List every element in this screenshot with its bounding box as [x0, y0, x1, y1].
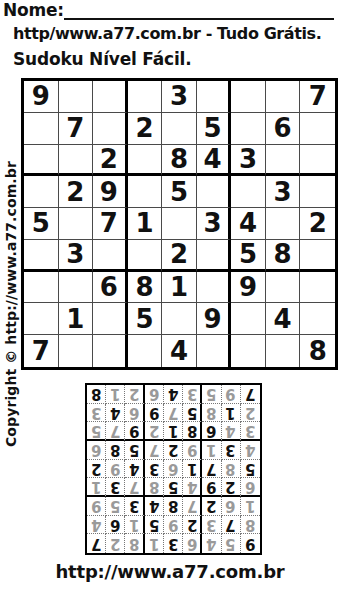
solution-cell-r8c6: 9: [145, 404, 164, 423]
sudoku-cell-r2c2[interactable]: 7: [59, 113, 94, 145]
given-digit: 3: [225, 442, 235, 457]
given-digit: 5: [129, 442, 139, 457]
given-digit: 7: [32, 338, 50, 364]
solution-cell-r6c8: 8: [106, 441, 125, 460]
given-digit: 5: [170, 179, 188, 205]
solved-digit: 9: [225, 386, 235, 401]
sudoku-cell-r2c4[interactable]: 2: [128, 113, 163, 145]
sudoku-cell-r7c9[interactable]: [300, 272, 335, 304]
given-digit: 4: [274, 306, 292, 332]
solution-cell-r4c6: 8: [145, 478, 164, 497]
solved-digit: 4: [206, 536, 216, 551]
sudoku-cell-r3c4[interactable]: [128, 145, 163, 177]
sudoku-cell-r3c6[interactable]: 4: [197, 145, 232, 177]
copyright-vertical-text: Copyright © http://www.a77.com.br: [3, 147, 19, 447]
solved-digit: 1: [206, 442, 216, 457]
given-digit: 6: [206, 423, 216, 438]
sudoku-cell-r8c4[interactable]: 5: [128, 303, 163, 335]
solution-cell-r9c5: 4: [164, 385, 183, 404]
sudoku-cell-r1c6[interactable]: [197, 81, 232, 113]
given-digit: 7: [100, 210, 118, 236]
sudoku-cell-r5c4[interactable]: 1: [128, 208, 163, 240]
solution-cell-r3c3: 2: [202, 497, 221, 516]
site-tagline: http/www.a77.com.br - Tudo Grátis.: [13, 24, 321, 43]
sudoku-cell-r6c7[interactable]: 5: [231, 240, 266, 272]
given-digit: 7: [225, 517, 235, 532]
sudoku-cell-r5c2[interactable]: [59, 208, 94, 240]
solution-cell-r8c4: 5: [183, 404, 202, 423]
given-digit: 8: [170, 146, 188, 172]
given-digit: 3: [204, 210, 222, 236]
sudoku-cell-r2c8[interactable]: 6: [266, 113, 301, 145]
solved-digit: 6: [168, 461, 178, 476]
solved-digit: 8: [206, 405, 216, 420]
solution-cell-r8c3: 8: [202, 404, 221, 423]
solution-cell-r1c7: 8: [125, 534, 144, 553]
given-digit: 2: [91, 461, 101, 476]
solution-cell-r5c3: 7: [202, 460, 221, 479]
sudoku-cell-r7c3[interactable]: 6: [93, 272, 128, 304]
given-digit: 2: [187, 517, 197, 532]
solution-cell-r8c5: 7: [164, 404, 183, 423]
solved-digit: 4: [91, 517, 101, 532]
sudoku-cell-r1c4[interactable]: [128, 81, 163, 113]
sudoku-cell-r6c2[interactable]: 3: [59, 240, 94, 272]
solved-digit: 6: [187, 536, 197, 551]
solution-cell-r9c4: 3: [183, 385, 202, 404]
solved-digit: 7: [149, 442, 159, 457]
solved-digit: 8: [245, 517, 255, 532]
solution-cell-r6c7: 5: [125, 441, 144, 460]
sudoku-cell-r9c5[interactable]: 4: [162, 335, 197, 367]
solved-digit: 1: [149, 536, 159, 551]
sudoku-cell-r5c3[interactable]: 7: [93, 208, 128, 240]
sudoku-cell-r8c6[interactable]: 9: [197, 303, 232, 335]
sudoku-cell-r1c7[interactable]: [231, 81, 266, 113]
sudoku-cell-r7c6[interactable]: [197, 272, 232, 304]
given-digit: 8: [91, 386, 101, 401]
solution-cell-r2c7: 1: [125, 516, 144, 535]
sudoku-cell-r4c5[interactable]: 5: [162, 176, 197, 208]
solution-cell-r7c5: 1: [164, 422, 183, 441]
solution-cell-r2c3: 3: [202, 516, 221, 535]
given-digit: 5: [135, 306, 153, 332]
solved-digit: 5: [91, 423, 101, 438]
solution-cell-r4c2: 2: [222, 478, 241, 497]
solved-digit: 3: [91, 405, 101, 420]
solution-cell-r9c2: 9: [222, 385, 241, 404]
solved-digit: 1: [91, 479, 101, 494]
sudoku-grid: 937725628432953571342325868191594748: [21, 78, 338, 370]
given-digit: 3: [149, 461, 159, 476]
solution-cell-r4c8: 3: [106, 478, 125, 497]
given-digit: 6: [274, 115, 292, 141]
sudoku-cell-r8c5[interactable]: [162, 303, 197, 335]
solution-cell-r2c6: 5: [145, 516, 164, 535]
name-fill-line: [64, 4, 334, 20]
given-digit: 9: [245, 536, 255, 551]
solution-cell-r3c7: 3: [125, 497, 144, 516]
sudoku-cell-r5c5[interactable]: [162, 208, 197, 240]
solved-digit: 4: [225, 423, 235, 438]
given-digit: 3: [274, 179, 292, 205]
solution-cell-r5c8: 9: [106, 460, 125, 479]
sudoku-cell-r3c2[interactable]: [59, 145, 94, 177]
given-digit: 2: [168, 442, 178, 457]
solution-cell-r4c4: 4: [183, 478, 202, 497]
given-digit: 3: [168, 536, 178, 551]
solution-cell-r8c1: 2: [241, 404, 260, 423]
sudoku-cell-r8c2[interactable]: 1: [59, 303, 94, 335]
sudoku-cell-r2c1[interactable]: [24, 113, 59, 145]
solved-digit: 9: [187, 442, 197, 457]
solution-cell-r4c9: 1: [87, 478, 106, 497]
solution-cell-r5c4: 1: [183, 460, 202, 479]
solution-cell-r7c2: 4: [222, 422, 241, 441]
solution-cell-r3c2: 6: [222, 497, 241, 516]
sudoku-cell-r5c8[interactable]: [266, 208, 301, 240]
sudoku-cell-r4c6[interactable]: [197, 176, 232, 208]
solution-cell-r7c3: 6: [202, 422, 221, 441]
solution-cell-r9c7: 2: [125, 385, 144, 404]
solution-cell-r5c7: 4: [125, 460, 144, 479]
solved-digit: 7: [110, 423, 120, 438]
sudoku-cell-r6c1[interactable]: [24, 240, 59, 272]
given-digit: 9: [204, 306, 222, 332]
puzzle-title: Sudoku Nível Fácil.: [13, 49, 191, 69]
given-digit: 3: [129, 498, 139, 513]
given-digit: 1: [225, 405, 235, 420]
sudoku-cell-r5c6[interactable]: 3: [197, 208, 232, 240]
given-digit: 9: [206, 479, 216, 494]
solution-cell-r2c4: 2: [183, 516, 202, 535]
solved-digit: 3: [245, 423, 255, 438]
solution-cell-r1c9: 7: [87, 534, 106, 553]
given-digit: 5: [245, 461, 255, 476]
solution-cell-r9c8: 1: [106, 385, 125, 404]
solution-cell-r5c5: 6: [164, 460, 183, 479]
given-digit: 9: [129, 423, 139, 438]
sudoku-cell-r2c5[interactable]: [162, 113, 197, 145]
given-digit: 1: [66, 306, 84, 332]
given-digit: 5: [168, 479, 178, 494]
solution-cell-r2c5: 9: [164, 516, 183, 535]
given-digit: 5: [149, 517, 159, 532]
sudoku-cell-r3c9[interactable]: [300, 145, 335, 177]
sudoku-cell-r2c7[interactable]: [231, 113, 266, 145]
given-digit: 9: [239, 274, 257, 300]
solution-cell-r6c1: 4: [241, 441, 260, 460]
sudoku-cell-r3c7[interactable]: 3: [231, 145, 266, 177]
solution-cell-r1c6: 1: [145, 534, 164, 553]
sudoku-cell-r7c4[interactable]: 8: [128, 272, 163, 304]
solution-cell-r9c9: 8: [87, 385, 106, 404]
sudoku-cell-r9c7[interactable]: [231, 335, 266, 367]
given-digit: 2: [170, 241, 188, 267]
sudoku-cell-r4c8[interactable]: 3: [266, 176, 301, 208]
solution-cell-r9c6: 6: [145, 385, 164, 404]
given-digit: 2: [66, 179, 84, 205]
solution-cell-r2c9: 4: [87, 516, 106, 535]
given-digit: 4: [170, 338, 188, 364]
given-digit: 9: [32, 83, 50, 109]
sudoku-cell-r4c2[interactable]: 2: [59, 176, 94, 208]
solved-digit: 6: [225, 498, 235, 513]
sudoku-cell-r4c4[interactable]: [128, 176, 163, 208]
given-digit: 7: [245, 386, 255, 401]
sudoku-cell-r4c7[interactable]: [231, 176, 266, 208]
solved-digit: 3: [187, 386, 197, 401]
sudoku-cell-r4c3[interactable]: 9: [93, 176, 128, 208]
solution-cell-r6c3: 1: [202, 441, 221, 460]
given-digit: 2: [206, 498, 216, 513]
sudoku-cell-r3c5[interactable]: 8: [162, 145, 197, 177]
given-digit: 5: [204, 115, 222, 141]
sudoku-cell-r7c7[interactable]: 9: [231, 272, 266, 304]
solved-digit: 3: [206, 517, 216, 532]
sudoku-cell-r8c9[interactable]: [300, 303, 335, 335]
sudoku-cell-r7c8[interactable]: [266, 272, 301, 304]
solved-digit: 7: [168, 405, 178, 420]
sudoku-cell-r9c2[interactable]: [59, 335, 94, 367]
solved-digit: 8: [149, 479, 159, 494]
sudoku-cell-r4c9[interactable]: [300, 176, 335, 208]
given-digit: 5: [187, 405, 197, 420]
solved-digit: 4: [187, 479, 197, 494]
given-digit: 1: [170, 274, 188, 300]
given-digit: 4: [204, 146, 222, 172]
sudoku-cell-r9c1[interactable]: 7: [24, 335, 59, 367]
given-digit: 4: [239, 210, 257, 236]
solution-cell-r5c1: 5: [241, 460, 260, 479]
solution-cell-r5c2: 8: [222, 460, 241, 479]
given-digit: 3: [170, 83, 188, 109]
solution-cell-r6c6: 7: [145, 441, 164, 460]
sudoku-cell-r9c9[interactable]: 8: [300, 335, 335, 367]
sudoku-cell-r9c4[interactable]: [128, 335, 163, 367]
solved-digit: 7: [129, 479, 139, 494]
solution-cell-r7c1: 3: [241, 422, 260, 441]
sudoku-cell-r2c3[interactable]: [93, 113, 128, 145]
given-digit: 7: [91, 536, 101, 551]
given-digit: 2: [309, 210, 327, 236]
sudoku-cell-r7c1[interactable]: [24, 272, 59, 304]
name-label: Nome:: [3, 0, 64, 20]
solved-digit: 2: [245, 405, 255, 420]
sudoku-cell-r3c8[interactable]: [266, 145, 301, 177]
solution-cell-r1c4: 6: [183, 534, 202, 553]
solution-cell-r9c3: 5: [202, 385, 221, 404]
solution-cell-r2c1: 8: [241, 516, 260, 535]
solved-digit: 1: [110, 386, 120, 401]
solution-cell-r4c7: 7: [125, 478, 144, 497]
solved-digit: 5: [225, 536, 235, 551]
sudoku-cell-r9c6[interactable]: [197, 335, 232, 367]
solved-digit: 7: [187, 498, 197, 513]
solution-cell-r3c5: 8: [164, 497, 183, 516]
solution-cell-r3c6: 4: [145, 497, 164, 516]
solved-digit: 2: [149, 423, 159, 438]
solved-digit: 4: [245, 442, 255, 457]
solution-cell-r4c5: 5: [164, 478, 183, 497]
sudoku-cell-r3c3[interactable]: 2: [93, 145, 128, 177]
solution-cell-r4c1: 6: [241, 478, 260, 497]
solved-digit: 9: [168, 517, 178, 532]
sudoku-cell-r5c7[interactable]: 4: [231, 208, 266, 240]
given-digit: 3: [239, 146, 257, 172]
solution-cell-r7c8: 7: [106, 422, 125, 441]
given-digit: 1: [135, 210, 153, 236]
given-digit: 1: [168, 423, 178, 438]
given-digit: 8: [135, 274, 153, 300]
solution-cell-r3c4: 7: [183, 497, 202, 516]
given-digit: 6: [110, 517, 120, 532]
sudoku-cell-r5c9[interactable]: 2: [300, 208, 335, 240]
sudoku-cell-r1c5[interactable]: 3: [162, 81, 197, 113]
solution-cell-r8c2: 1: [222, 404, 241, 423]
solution-cell-r1c8: 2: [106, 534, 125, 553]
solved-digit: 1: [129, 517, 139, 532]
given-digit: 8: [110, 442, 120, 457]
given-digit: 8: [274, 241, 292, 267]
given-digit: 9: [100, 179, 118, 205]
given-digit: 1: [187, 461, 197, 476]
sudoku-cell-r8c8[interactable]: 4: [266, 303, 301, 335]
given-digit: 7: [66, 115, 84, 141]
solved-digit: 8: [225, 461, 235, 476]
sudoku-cell-r6c3[interactable]: [93, 240, 128, 272]
solved-digit: 9: [110, 461, 120, 476]
solution-cell-r9c1: 7: [241, 385, 260, 404]
solution-cell-r5c9: 2: [87, 460, 106, 479]
sudoku-cell-r1c2[interactable]: [59, 81, 94, 113]
solution-cell-r8c7: 6: [125, 404, 144, 423]
solution-cell-r6c5: 2: [164, 441, 183, 460]
sudoku-cell-r5c1[interactable]: 5: [24, 208, 59, 240]
solved-digit: 6: [149, 386, 159, 401]
solution-cell-r1c2: 5: [222, 534, 241, 553]
solution-cell-r2c2: 7: [222, 516, 241, 535]
given-digit: 4: [129, 461, 139, 476]
sudoku-cell-r4c1[interactable]: [24, 176, 59, 208]
solution-cell-r1c1: 9: [241, 534, 260, 553]
given-digit: 4: [168, 386, 178, 401]
solved-digit: 9: [91, 498, 101, 513]
given-digit: 8: [309, 338, 327, 364]
sudoku-cell-r1c9[interactable]: 7: [300, 81, 335, 113]
solved-digit: 2: [129, 386, 139, 401]
sudoku-cell-r2c6[interactable]: 5: [197, 113, 232, 145]
given-digit: 6: [100, 274, 118, 300]
sudoku-cell-r2c9[interactable]: [300, 113, 335, 145]
solved-digit: 6: [245, 479, 255, 494]
solved-digit: 8: [129, 536, 139, 551]
solution-cell-r1c3: 4: [202, 534, 221, 553]
solution-cell-r6c4: 9: [183, 441, 202, 460]
sudoku-cell-r8c3[interactable]: [93, 303, 128, 335]
solution-cell-r3c8: 5: [106, 497, 125, 516]
solved-digit: 6: [91, 442, 101, 457]
given-digit: 5: [32, 210, 50, 236]
solution-cell-r1c5: 3: [164, 534, 183, 553]
solved-digit: 5: [206, 386, 216, 401]
solved-digit: 5: [110, 498, 120, 513]
solution-cell-r7c7: 9: [125, 422, 144, 441]
given-digit: 8: [168, 498, 178, 513]
sudoku-cell-r6c9[interactable]: [300, 240, 335, 272]
sudoku-cell-r7c5[interactable]: 1: [162, 272, 197, 304]
given-digit: 8: [187, 423, 197, 438]
given-digit: 2: [135, 115, 153, 141]
given-digit: 2: [225, 479, 235, 494]
solution-cell-r5c6: 3: [145, 460, 164, 479]
solution-cell-r3c1: 1: [241, 497, 260, 516]
given-digit: 2: [100, 146, 118, 172]
sudoku-cell-r6c6[interactable]: [197, 240, 232, 272]
solved-digit: 2: [110, 536, 120, 551]
given-digit: 7: [206, 461, 216, 476]
solution-cell-r4c3: 9: [202, 478, 221, 497]
given-digit: 3: [110, 479, 120, 494]
solution-cell-r7c9: 5: [87, 422, 106, 441]
sudoku-cell-r9c8[interactable]: [266, 335, 301, 367]
given-digit: 4: [149, 498, 159, 513]
sudoku-printable-page: Nome: http/www.a77.com.br - Tudo Grátis.…: [0, 0, 340, 596]
sudoku-cell-r1c1[interactable]: 9: [24, 81, 59, 113]
solution-cell-r3c9: 9: [87, 497, 106, 516]
solved-digit: 1: [245, 498, 255, 513]
solution-cell-r8c9: 3: [87, 404, 106, 423]
given-digit: 3: [66, 241, 84, 267]
sudoku-cell-r1c8[interactable]: [266, 81, 301, 113]
given-digit: 9: [149, 405, 159, 420]
sudoku-cell-r6c8[interactable]: 8: [266, 240, 301, 272]
given-digit: 5: [239, 241, 257, 267]
solution-cell-r2c8: 6: [106, 516, 125, 535]
sudoku-cell-r9c3[interactable]: [93, 335, 128, 367]
solution-cell-r7c6: 2: [145, 422, 164, 441]
sudoku-cell-r6c5[interactable]: 2: [162, 240, 197, 272]
solved-digit: 6: [129, 405, 139, 420]
footer-url: http://www.a77.com.br: [0, 561, 340, 582]
sudoku-cell-r6c4[interactable]: [128, 240, 163, 272]
solution-cell-r7c4: 8: [183, 422, 202, 441]
name-row: Nome:: [3, 0, 334, 20]
solution-cell-r6c9: 6: [87, 441, 106, 460]
sudoku-cell-r8c7[interactable]: [231, 303, 266, 335]
sudoku-cell-r7c2[interactable]: [59, 272, 94, 304]
given-digit: 4: [110, 405, 120, 420]
sudoku-cell-r3c1[interactable]: [24, 145, 59, 177]
solution-cell-r8c8: 4: [106, 404, 125, 423]
solution-cell-r6c2: 3: [222, 441, 241, 460]
solution-grid: 8126435973469758125792186436857291342943…: [85, 383, 262, 555]
sudoku-cell-r1c3[interactable]: [93, 81, 128, 113]
given-digit: 7: [309, 83, 327, 109]
sudoku-cell-r8c1[interactable]: [24, 303, 59, 335]
